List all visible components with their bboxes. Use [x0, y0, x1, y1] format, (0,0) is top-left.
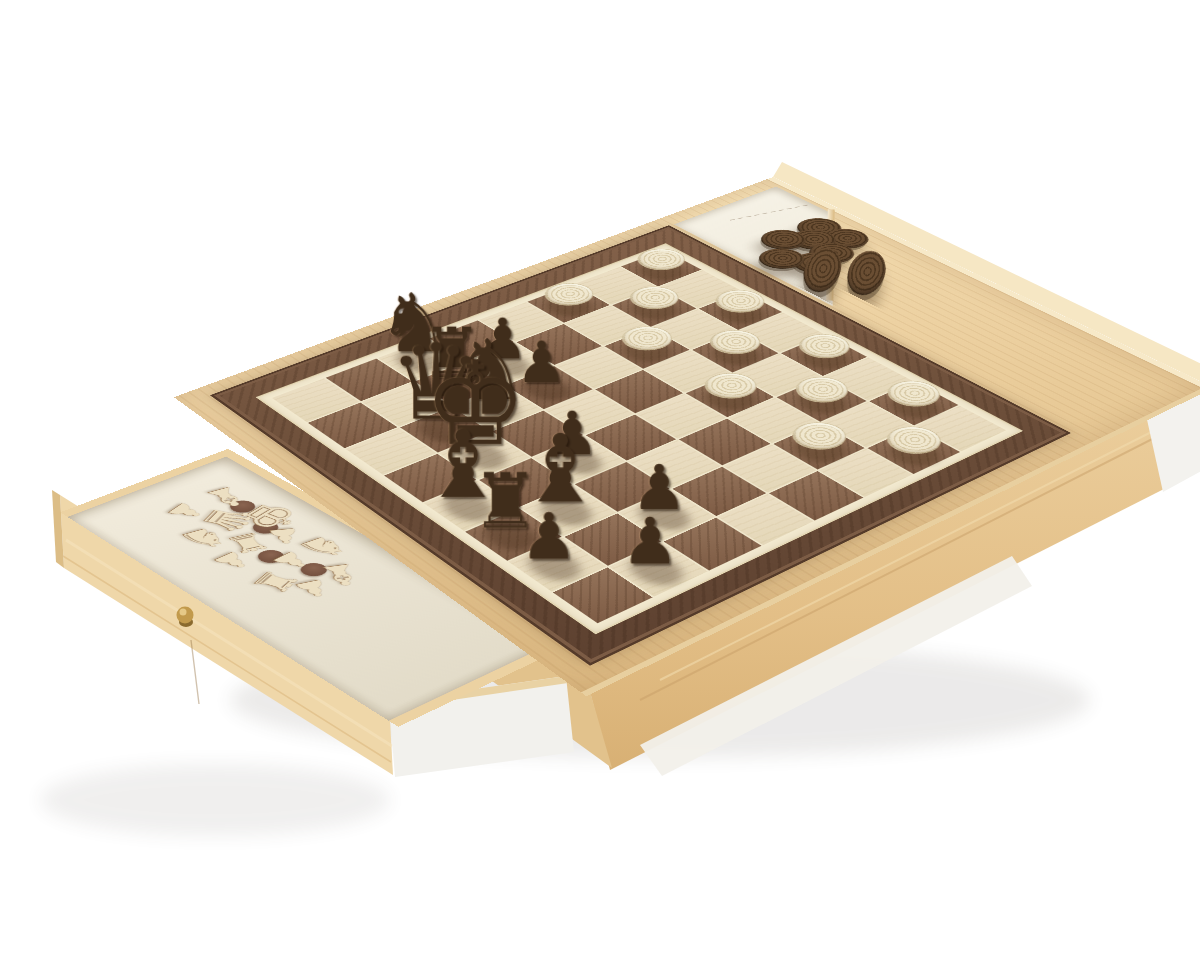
- checker-light[interactable]: [629, 245, 693, 274]
- checker-light[interactable]: [695, 369, 765, 403]
- square-r3c5[interactable]: [686, 374, 774, 418]
- drawer-ground-shadow: [40, 764, 390, 836]
- square-r1c7[interactable]: [869, 381, 958, 425]
- piece-felt-base: [253, 547, 289, 565]
- chess-piece-dark-P[interactable]: ♟: [520, 507, 577, 568]
- chess-piece-light-N[interactable]: ♞: [291, 531, 358, 565]
- chess-piece-dark-P[interactable]: ♟: [622, 511, 680, 572]
- square-r4c7[interactable]: [723, 444, 816, 492]
